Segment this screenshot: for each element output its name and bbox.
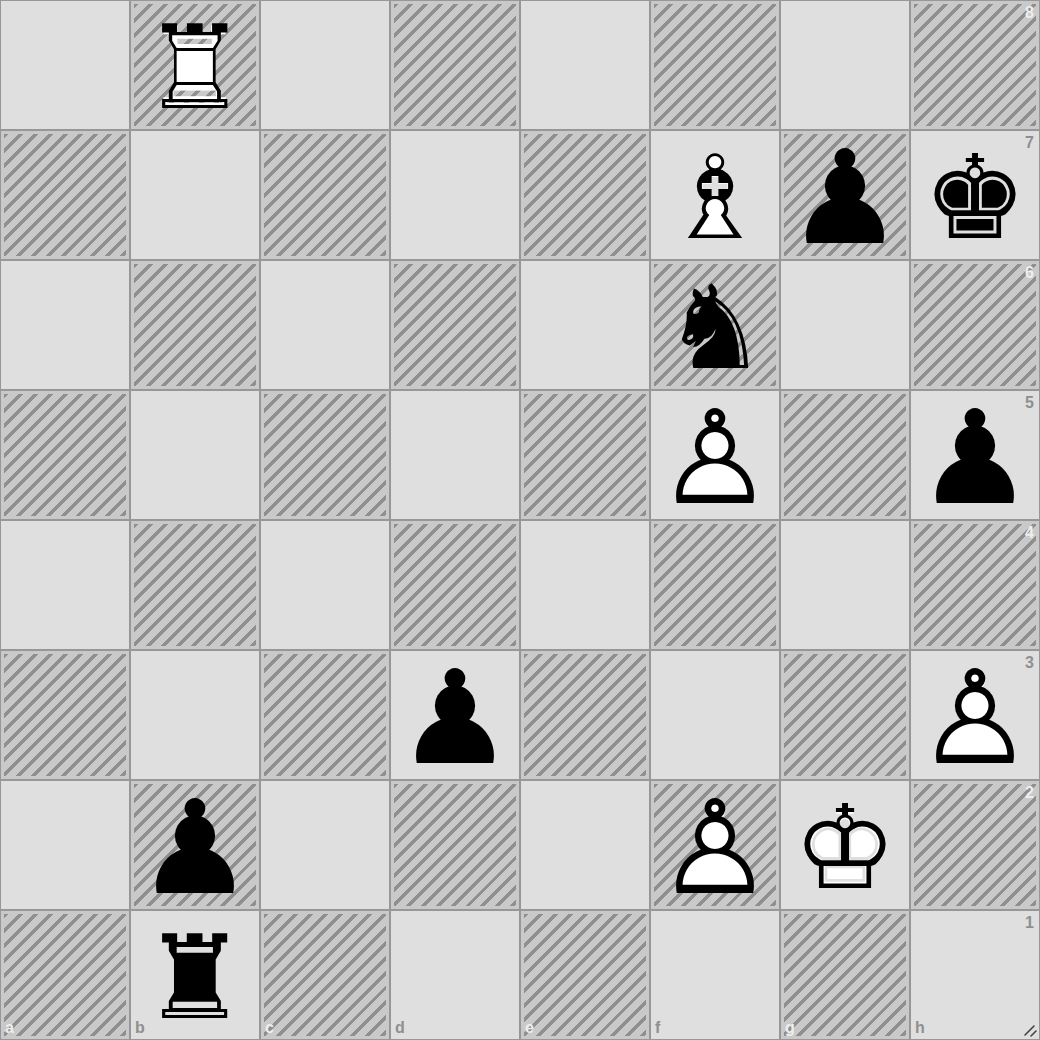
rank-label-2: 2 <box>1025 785 1034 801</box>
square-b8[interactable]: ♜♖ <box>130 0 260 130</box>
black-rook-glyph: ♜ <box>143 920 247 1036</box>
square-h8[interactable]: 8 <box>910 0 1040 130</box>
dark-square-hatch-pattern <box>4 914 126 1036</box>
file-label-d: d <box>395 1020 405 1036</box>
square-b3[interactable] <box>130 650 260 780</box>
white-king-outline-glyph: ♔ <box>793 790 897 906</box>
rank-label-6: 6 <box>1025 265 1034 281</box>
dark-square-hatch-pattern <box>394 524 516 646</box>
square-e7[interactable] <box>520 130 650 260</box>
piece-black-pawn[interactable]: ♟ <box>910 393 1040 523</box>
white-rook-outline-glyph: ♖ <box>143 10 247 126</box>
square-h5[interactable]: ♟5 <box>910 390 1040 520</box>
black-pawn-glyph: ♟ <box>137 783 254 913</box>
file-label-g: g <box>785 1020 795 1036</box>
square-a4[interactable] <box>0 520 130 650</box>
dark-square-hatch-pattern <box>4 654 126 776</box>
piece-white-pawn[interactable]: ♟♙ <box>650 783 780 913</box>
dark-square-hatch-pattern <box>914 264 1036 386</box>
rank-label-3: 3 <box>1025 655 1034 671</box>
dark-square-hatch-pattern <box>914 784 1036 906</box>
dark-square-hatch-pattern <box>134 264 256 386</box>
square-b4[interactable] <box>130 520 260 650</box>
rank-label-8: 8 <box>1025 5 1034 21</box>
rank-label-7: 7 <box>1025 135 1034 151</box>
square-a3[interactable] <box>0 650 130 780</box>
dark-square-hatch-pattern <box>4 394 126 516</box>
black-king-glyph: ♚ <box>923 140 1027 256</box>
square-b6[interactable] <box>130 260 260 390</box>
piece-white-king[interactable]: ♚♔ <box>780 783 910 913</box>
square-f5[interactable]: ♟♙ <box>650 390 780 520</box>
square-c5[interactable] <box>260 390 390 520</box>
file-label-f: f <box>655 1020 660 1036</box>
square-d7[interactable] <box>390 130 520 260</box>
dark-square-hatch-pattern <box>264 654 386 776</box>
square-h6[interactable]: 6 <box>910 260 1040 390</box>
rank-label-5: 5 <box>1025 395 1034 411</box>
square-d5[interactable] <box>390 390 520 520</box>
square-f1[interactable]: f <box>650 910 780 1040</box>
square-f2[interactable]: ♟♙ <box>650 780 780 910</box>
square-h2[interactable]: 2 <box>910 780 1040 910</box>
black-pawn-glyph: ♟ <box>397 653 514 783</box>
square-b1[interactable]: ♜b <box>130 910 260 1040</box>
dark-square-hatch-pattern <box>264 134 386 256</box>
file-label-b: b <box>135 1020 145 1036</box>
piece-black-pawn[interactable]: ♟ <box>130 783 260 913</box>
square-a6[interactable] <box>0 260 130 390</box>
square-c4[interactable] <box>260 520 390 650</box>
dark-square-hatch-pattern <box>394 264 516 386</box>
square-h3[interactable]: ♟♙3 <box>910 650 1040 780</box>
square-e8[interactable] <box>520 0 650 130</box>
piece-black-rook[interactable]: ♜ <box>130 913 260 1040</box>
square-c3[interactable] <box>260 650 390 780</box>
square-e5[interactable] <box>520 390 650 520</box>
square-d6[interactable] <box>390 260 520 390</box>
square-h4[interactable]: 4 <box>910 520 1040 650</box>
chess-board: ♜♖8♝♗♟♚7♞6♟♙♟54♟♟♙3♟♟♙♚♔2a♜bcdefg1h <box>0 0 1040 1040</box>
square-g3[interactable] <box>780 650 910 780</box>
square-a5[interactable] <box>0 390 130 520</box>
dark-square-hatch-pattern <box>134 524 256 646</box>
piece-white-pawn[interactable]: ♟♙ <box>910 653 1040 783</box>
square-b7[interactable] <box>130 130 260 260</box>
square-f8[interactable] <box>650 0 780 130</box>
dark-square-hatch-pattern <box>914 524 1036 646</box>
file-label-e: e <box>525 1020 534 1036</box>
dark-square-hatch-pattern <box>524 394 646 516</box>
rank-label-4: 4 <box>1025 525 1034 541</box>
black-pawn-glyph: ♟ <box>917 393 1034 523</box>
square-e3[interactable] <box>520 650 650 780</box>
square-e4[interactable] <box>520 520 650 650</box>
square-d4[interactable] <box>390 520 520 650</box>
square-c7[interactable] <box>260 130 390 260</box>
dark-square-hatch-pattern <box>264 394 386 516</box>
square-a1[interactable]: a <box>0 910 130 1040</box>
square-g2[interactable]: ♚♔ <box>780 780 910 910</box>
square-g5[interactable] <box>780 390 910 520</box>
file-label-a: a <box>5 1020 14 1036</box>
square-h7[interactable]: ♚7 <box>910 130 1040 260</box>
dark-square-hatch-pattern <box>784 394 906 516</box>
white-bishop-outline-glyph: ♗ <box>663 140 767 256</box>
square-g7[interactable]: ♟ <box>780 130 910 260</box>
dark-square-hatch-pattern <box>914 4 1036 126</box>
dark-square-hatch-pattern <box>654 4 776 126</box>
piece-black-pawn[interactable]: ♟ <box>390 653 520 783</box>
square-d3[interactable]: ♟ <box>390 650 520 780</box>
square-d8[interactable] <box>390 0 520 130</box>
file-label-h: h <box>915 1020 925 1036</box>
square-c8[interactable] <box>260 0 390 130</box>
square-d2[interactable] <box>390 780 520 910</box>
square-e6[interactable] <box>520 260 650 390</box>
piece-white-rook[interactable]: ♜♖ <box>130 3 260 133</box>
dark-square-hatch-pattern <box>524 654 646 776</box>
square-e2[interactable] <box>520 780 650 910</box>
square-e1[interactable]: e <box>520 910 650 1040</box>
square-a8[interactable] <box>0 0 130 130</box>
square-f7[interactable]: ♝♗ <box>650 130 780 260</box>
piece-white-pawn[interactable]: ♟♙ <box>650 393 780 523</box>
file-label-c: c <box>265 1020 274 1036</box>
dark-square-hatch-pattern <box>524 134 646 256</box>
square-f3[interactable] <box>650 650 780 780</box>
square-c6[interactable] <box>260 260 390 390</box>
square-a2[interactable] <box>0 780 130 910</box>
dark-square-hatch-pattern <box>4 134 126 256</box>
square-g4[interactable] <box>780 520 910 650</box>
dark-square-hatch-pattern <box>264 914 386 1036</box>
white-pawn-outline-glyph: ♙ <box>917 653 1034 783</box>
rank-label-1: 1 <box>1025 915 1034 931</box>
square-g1[interactable]: g <box>780 910 910 1040</box>
square-g6[interactable] <box>780 260 910 390</box>
dark-square-hatch-pattern <box>524 914 646 1036</box>
piece-black-pawn[interactable]: ♟ <box>780 133 910 263</box>
square-d1[interactable]: d <box>390 910 520 1040</box>
square-b2[interactable]: ♟ <box>130 780 260 910</box>
square-f6[interactable]: ♞ <box>650 260 780 390</box>
square-g8[interactable] <box>780 0 910 130</box>
dark-square-hatch-pattern <box>394 784 516 906</box>
dark-square-hatch-pattern <box>784 654 906 776</box>
dark-square-hatch-pattern <box>394 4 516 126</box>
square-b5[interactable] <box>130 390 260 520</box>
piece-black-king[interactable]: ♚ <box>910 133 1040 263</box>
white-pawn-outline-glyph: ♙ <box>657 393 774 523</box>
white-pawn-outline-glyph: ♙ <box>657 783 774 913</box>
square-a7[interactable] <box>0 130 130 260</box>
resize-handle-icon[interactable] <box>1022 1022 1038 1038</box>
black-pawn-glyph: ♟ <box>787 133 904 263</box>
dark-square-hatch-pattern <box>784 914 906 1036</box>
square-h1[interactable]: 1h <box>910 910 1040 1040</box>
square-f4[interactable] <box>650 520 780 650</box>
dark-square-hatch-pattern <box>654 524 776 646</box>
piece-white-bishop[interactable]: ♝♗ <box>650 133 780 263</box>
piece-black-knight[interactable]: ♞ <box>650 263 780 393</box>
black-knight-glyph: ♞ <box>663 270 767 386</box>
square-c2[interactable] <box>260 780 390 910</box>
square-c1[interactable]: c <box>260 910 390 1040</box>
